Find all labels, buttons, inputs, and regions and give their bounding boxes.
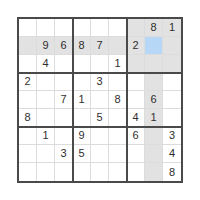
cell-r3c7[interactable] [127, 55, 145, 73]
digit: 1 [150, 112, 156, 123]
cell-r2c8[interactable] [145, 37, 163, 55]
page-background: 819687241237186854119633548 [0, 0, 200, 200]
cell-r4c4[interactable] [73, 73, 91, 91]
cell-r6c8[interactable]: 1 [145, 109, 163, 127]
cell-r7c9[interactable]: 3 [163, 127, 181, 145]
cell-r7c3[interactable] [55, 127, 73, 145]
cell-r1c8[interactable]: 8 [145, 19, 163, 37]
digit: 5 [78, 148, 84, 159]
cell-r6c7[interactable]: 4 [127, 109, 145, 127]
digit: 7 [96, 40, 102, 51]
cell-r3c1[interactable] [19, 55, 37, 73]
digit: 5 [96, 112, 102, 123]
digit: 7 [60, 94, 66, 105]
cell-r3c4[interactable] [73, 55, 91, 73]
cell-r9c1[interactable] [19, 163, 37, 181]
cell-r9c5[interactable] [91, 163, 109, 181]
digit: 8 [150, 22, 156, 33]
cell-r9c2[interactable] [37, 163, 55, 181]
cell-r2c6[interactable] [109, 37, 127, 55]
digit: 1 [114, 58, 120, 69]
cell-r6c2[interactable] [37, 109, 55, 127]
cell-r9c6[interactable] [109, 163, 127, 181]
cell-r5c7[interactable] [127, 91, 145, 109]
digit: 4 [42, 58, 48, 69]
cell-r5c5[interactable] [91, 91, 109, 109]
cell-r4c8[interactable] [145, 73, 163, 91]
cell-r8c4[interactable]: 5 [73, 145, 91, 163]
digit: 3 [60, 148, 66, 159]
cell-r1c2[interactable] [37, 19, 55, 37]
cell-r1c4[interactable] [73, 19, 91, 37]
cell-r5c9[interactable] [163, 91, 181, 109]
cell-r1c5[interactable] [91, 19, 109, 37]
cell-r7c4[interactable]: 9 [73, 127, 91, 145]
cell-r2c1[interactable] [19, 37, 37, 55]
cell-r3c6[interactable]: 1 [109, 55, 127, 73]
cell-r9c7[interactable] [127, 163, 145, 181]
cell-r9c9[interactable]: 8 [163, 163, 181, 181]
digit: 3 [96, 76, 102, 87]
cell-r3c3[interactable] [55, 55, 73, 73]
cell-r3c2[interactable]: 4 [37, 55, 55, 73]
digit: 2 [24, 76, 30, 87]
cell-r4c9[interactable] [163, 73, 181, 91]
cell-r8c9[interactable]: 4 [163, 145, 181, 163]
digit: 9 [78, 130, 84, 141]
digit: 3 [169, 130, 175, 141]
cell-r7c1[interactable] [19, 127, 37, 145]
cell-r9c3[interactable] [55, 163, 73, 181]
cell-r8c7[interactable] [127, 145, 145, 163]
cell-r7c8[interactable] [145, 127, 163, 145]
cell-r2c3[interactable]: 6 [55, 37, 73, 55]
cell-r8c8[interactable] [145, 145, 163, 163]
cell-r1c6[interactable] [109, 19, 127, 37]
cell-r2c5[interactable]: 7 [91, 37, 109, 55]
cell-r6c9[interactable] [163, 109, 181, 127]
sudoku-grid: 819687241237186854119633548 [19, 19, 181, 181]
cell-r7c6[interactable] [109, 127, 127, 145]
cell-r8c3[interactable]: 3 [55, 145, 73, 163]
digit: 4 [132, 112, 138, 123]
cell-r3c5[interactable] [91, 55, 109, 73]
cell-r5c2[interactable] [37, 91, 55, 109]
cell-r1c7[interactable] [127, 19, 145, 37]
cell-r2c4[interactable]: 8 [73, 37, 91, 55]
cell-r9c8[interactable] [145, 163, 163, 181]
cell-r3c8[interactable] [145, 55, 163, 73]
cell-r4c7[interactable] [127, 73, 145, 91]
digit: 8 [24, 112, 30, 123]
digit: 6 [60, 40, 66, 51]
cell-r8c5[interactable] [91, 145, 109, 163]
cell-r5c8[interactable]: 6 [145, 91, 163, 109]
cell-r4c1[interactable]: 2 [19, 73, 37, 91]
digit: 6 [132, 130, 138, 141]
cell-r7c7[interactable]: 6 [127, 127, 145, 145]
digit: 6 [150, 94, 156, 105]
cell-r6c3[interactable] [55, 109, 73, 127]
cell-r6c4[interactable] [73, 109, 91, 127]
cell-r7c5[interactable] [91, 127, 109, 145]
cell-r5c6[interactable]: 8 [109, 91, 127, 109]
digit: 8 [114, 94, 120, 105]
cell-r8c2[interactable] [37, 145, 55, 163]
digit: 1 [42, 130, 48, 141]
sudoku-board: 819687241237186854119633548 [17, 17, 183, 183]
cell-r2c9[interactable] [163, 37, 181, 55]
cell-r5c3[interactable]: 7 [55, 91, 73, 109]
cell-r9c4[interactable] [73, 163, 91, 181]
digit: 8 [78, 40, 84, 51]
cell-r1c3[interactable] [55, 19, 73, 37]
digit: 9 [42, 40, 48, 51]
digit: 8 [169, 167, 175, 178]
cell-r7c2[interactable]: 1 [37, 127, 55, 145]
cell-r8c6[interactable] [109, 145, 127, 163]
cell-r8c1[interactable] [19, 145, 37, 163]
digit: 4 [169, 148, 175, 159]
digit: 2 [132, 40, 138, 51]
digit: 1 [169, 22, 175, 33]
cell-r6c6[interactable] [109, 109, 127, 127]
cell-r3c9[interactable] [163, 55, 181, 73]
cell-r1c1[interactable] [19, 19, 37, 37]
cell-r4c6[interactable] [109, 73, 127, 91]
cell-r5c4[interactable]: 1 [73, 91, 91, 109]
cell-r6c5[interactable]: 5 [91, 109, 109, 127]
cell-r1c9[interactable]: 1 [163, 19, 181, 37]
digit: 1 [78, 94, 84, 105]
cell-r4c5[interactable]: 3 [91, 73, 109, 91]
cell-r4c3[interactable] [55, 73, 73, 91]
cell-r5c1[interactable] [19, 91, 37, 109]
cell-r4c2[interactable] [37, 73, 55, 91]
cell-r2c2[interactable]: 9 [37, 37, 55, 55]
cell-r6c1[interactable]: 8 [19, 109, 37, 127]
cell-r2c7[interactable]: 2 [127, 37, 145, 55]
